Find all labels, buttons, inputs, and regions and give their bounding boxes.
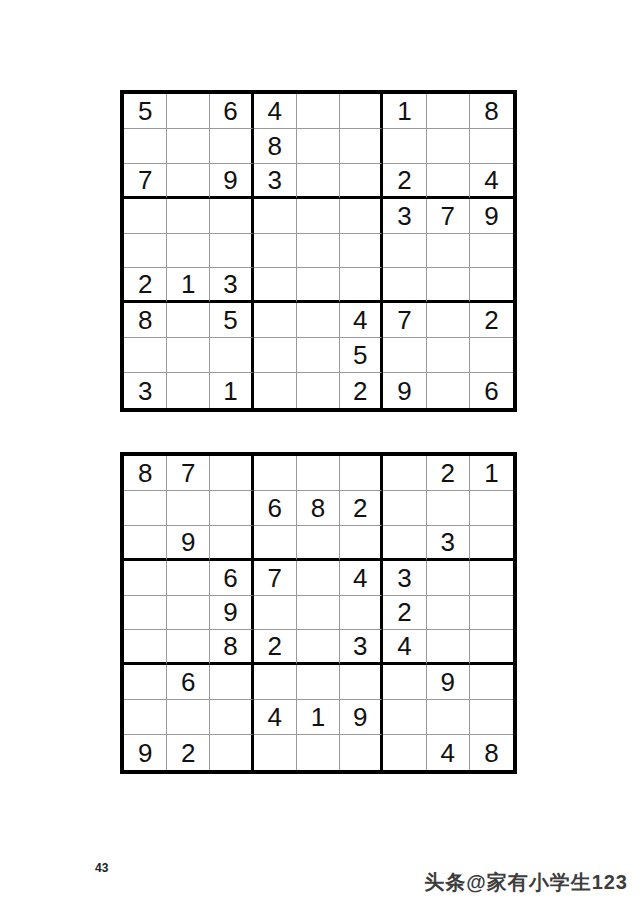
cell-r8c5[interactable]: 1 [297,700,340,735]
cell-r6c7[interactable] [383,268,426,303]
cell-r7c5[interactable] [297,665,340,700]
cell-r7c9[interactable]: 2 [470,303,513,338]
cell-r7c7[interactable] [383,665,426,700]
cell-r2c1[interactable] [124,491,167,526]
cell-r3c6[interactable] [340,526,383,561]
cell-r2c1[interactable] [124,129,167,164]
cell-r2c4[interactable]: 6 [254,491,297,526]
cell-r3c4[interactable] [254,526,297,561]
cell-r6c8[interactable] [427,268,470,303]
page-number: 43 [95,861,108,875]
cell-r7c9[interactable] [470,665,513,700]
cell-r4c7[interactable]: 3 [383,561,426,596]
cell-r4c4[interactable] [254,199,297,234]
cell-r4c7[interactable]: 3 [383,199,426,234]
cell-r7c4[interactable] [254,665,297,700]
cell-r8c1[interactable] [124,700,167,735]
cell-r5c3[interactable]: 9 [210,596,253,631]
worksheet-page: { "game": "sudoku", "page": { "page_numb… [0,0,640,906]
cell-r2c5[interactable] [297,129,340,164]
cell-r5c1[interactable] [124,234,167,269]
cell-r1c6[interactable] [340,456,383,491]
cell-r8c6[interactable]: 5 [340,338,383,373]
cell-r6c6[interactable]: 3 [340,630,383,665]
cell-r8c5[interactable] [297,338,340,373]
cell-r6c6[interactable] [340,268,383,303]
cell-r6c9[interactable] [470,268,513,303]
cell-r8c2[interactable] [167,338,210,373]
cell-r4c4[interactable]: 7 [254,561,297,596]
cell-r1c8[interactable]: 2 [427,456,470,491]
cell-r4c3[interactable] [210,199,253,234]
cell-r3c6[interactable] [340,164,383,199]
cell-r8c9[interactable] [470,700,513,735]
cell-r8c8[interactable] [427,700,470,735]
cell-r1c2[interactable] [167,94,210,129]
cell-r9c5[interactable] [297,735,340,770]
cell-r5c1[interactable] [124,596,167,631]
cell-r9c9[interactable]: 6 [470,373,513,408]
cell-r6c7[interactable]: 4 [383,630,426,665]
cell-r7c8[interactable] [427,303,470,338]
cell-r2c7[interactable] [383,491,426,526]
cell-r3c8[interactable]: 3 [427,526,470,561]
cell-r5c8[interactable] [427,234,470,269]
cell-r6c2[interactable] [167,630,210,665]
cell-r3c4[interactable]: 3 [254,164,297,199]
cell-r3c2[interactable]: 9 [167,526,210,561]
cell-r8c4[interactable]: 4 [254,700,297,735]
cell-r3c8[interactable] [427,164,470,199]
cell-r6c2[interactable]: 1 [167,268,210,303]
cell-r1c4[interactable]: 4 [254,94,297,129]
cell-r6c9[interactable] [470,630,513,665]
cell-r1c9[interactable]: 1 [470,456,513,491]
cell-r8c2[interactable] [167,700,210,735]
cell-r9c1[interactable]: 3 [124,373,167,408]
cell-r4c2[interactable] [167,561,210,596]
cell-r6c1[interactable]: 2 [124,268,167,303]
cell-r9c2[interactable]: 2 [167,735,210,770]
cell-r5c4[interactable] [254,234,297,269]
cell-r6c5[interactable] [297,268,340,303]
cell-r3c7[interactable] [383,526,426,561]
cell-r1c1[interactable]: 5 [124,94,167,129]
cell-r6c5[interactable] [297,630,340,665]
cell-r7c2[interactable] [167,303,210,338]
cell-r9c6[interactable] [340,735,383,770]
cell-r1c6[interactable] [340,94,383,129]
cell-r9c1[interactable]: 9 [124,735,167,770]
cell-r3c1[interactable] [124,526,167,561]
cell-r3c3[interactable]: 9 [210,164,253,199]
cell-r9c4[interactable] [254,373,297,408]
cell-r3c5[interactable] [297,526,340,561]
cell-r9c3[interactable]: 1 [210,373,253,408]
cell-r5c8[interactable] [427,596,470,631]
cell-r9c5[interactable] [297,373,340,408]
cell-r5c9[interactable] [470,596,513,631]
cell-r8c3[interactable] [210,700,253,735]
cell-r5c9[interactable] [470,234,513,269]
cell-r3c2[interactable] [167,164,210,199]
cell-r7c6[interactable] [340,665,383,700]
cell-r2c4[interactable]: 8 [254,129,297,164]
cell-r2c9[interactable] [470,491,513,526]
cell-r4c6[interactable]: 4 [340,561,383,596]
cell-r7c2[interactable]: 6 [167,665,210,700]
cell-r8c8[interactable] [427,338,470,373]
cell-r8c1[interactable] [124,338,167,373]
cell-r2c6[interactable] [340,129,383,164]
cell-r7c3[interactable] [210,665,253,700]
cell-r5c2[interactable] [167,596,210,631]
cell-r3c7[interactable]: 2 [383,164,426,199]
cell-r5c6[interactable] [340,234,383,269]
cell-r6c8[interactable] [427,630,470,665]
cell-r2c8[interactable] [427,129,470,164]
cell-r8c3[interactable] [210,338,253,373]
cell-r3c5[interactable] [297,164,340,199]
cell-r4c9[interactable]: 9 [470,199,513,234]
cell-r9c2[interactable] [167,373,210,408]
cell-r3c9[interactable]: 4 [470,164,513,199]
cell-r6c3[interactable]: 8 [210,630,253,665]
cell-r7c8[interactable]: 9 [427,665,470,700]
cell-r5c7[interactable]: 2 [383,596,426,631]
cell-r2c2[interactable] [167,491,210,526]
cell-r1c7[interactable]: 1 [383,94,426,129]
cell-r6c3[interactable]: 3 [210,268,253,303]
cell-r1c5[interactable] [297,94,340,129]
cell-r7c4[interactable] [254,303,297,338]
cell-r9c7[interactable] [383,735,426,770]
cell-r3c9[interactable] [470,526,513,561]
cell-r1c7[interactable] [383,456,426,491]
cell-r7c3[interactable]: 5 [210,303,253,338]
cell-r5c3[interactable] [210,234,253,269]
cell-r4c6[interactable] [340,199,383,234]
cell-r6c4[interactable] [254,268,297,303]
cell-r2c3[interactable] [210,129,253,164]
cell-r9c3[interactable] [210,735,253,770]
cell-r1c9[interactable]: 8 [470,94,513,129]
cell-r1c3[interactable]: 6 [210,94,253,129]
cell-r7c7[interactable]: 7 [383,303,426,338]
cell-r1c4[interactable] [254,456,297,491]
cell-r4c1[interactable] [124,199,167,234]
cell-r2c5[interactable]: 8 [297,491,340,526]
cell-r9c8[interactable] [427,373,470,408]
cell-r3c1[interactable]: 7 [124,164,167,199]
cell-r2c2[interactable] [167,129,210,164]
cell-r9c8[interactable]: 4 [427,735,470,770]
cell-r6c4[interactable]: 2 [254,630,297,665]
cell-r7c1[interactable]: 8 [124,303,167,338]
cell-r1c2[interactable]: 7 [167,456,210,491]
cell-r1c8[interactable] [427,94,470,129]
cell-r4c5[interactable] [297,199,340,234]
cell-r9c7[interactable]: 9 [383,373,426,408]
cell-r8c9[interactable] [470,338,513,373]
cell-r5c5[interactable] [297,596,340,631]
cell-r5c2[interactable] [167,234,210,269]
cell-r2c6[interactable]: 2 [340,491,383,526]
cell-r5c7[interactable] [383,234,426,269]
cell-r4c8[interactable]: 7 [427,199,470,234]
cell-r1c1[interactable]: 8 [124,456,167,491]
cell-r5c6[interactable] [340,596,383,631]
cell-r2c8[interactable] [427,491,470,526]
cell-r8c7[interactable] [383,700,426,735]
cell-r1c5[interactable] [297,456,340,491]
cell-r3c3[interactable] [210,526,253,561]
cell-r7c6[interactable]: 4 [340,303,383,338]
cell-r2c9[interactable] [470,129,513,164]
cell-r8c4[interactable] [254,338,297,373]
cell-r5c5[interactable] [297,234,340,269]
cell-r4c8[interactable] [427,561,470,596]
cell-r4c5[interactable] [297,561,340,596]
cell-r4c9[interactable] [470,561,513,596]
cell-r7c5[interactable] [297,303,340,338]
cell-r4c2[interactable] [167,199,210,234]
cell-r1c3[interactable] [210,456,253,491]
cell-r9c6[interactable]: 2 [340,373,383,408]
cell-r5c4[interactable] [254,596,297,631]
sudoku-grid-2: 8721682936743928234694199248 [120,452,517,774]
cell-r6c1[interactable] [124,630,167,665]
cell-r2c7[interactable] [383,129,426,164]
cell-r4c1[interactable] [124,561,167,596]
cell-r9c4[interactable] [254,735,297,770]
watermark-toutiao: 头条@家有小学生123 [424,869,628,896]
cell-r7c1[interactable] [124,665,167,700]
cell-r9c9[interactable]: 8 [470,735,513,770]
cell-r4c3[interactable]: 6 [210,561,253,596]
cell-r8c7[interactable] [383,338,426,373]
cell-r8c6[interactable]: 9 [340,700,383,735]
cell-r2c3[interactable] [210,491,253,526]
sudoku-grid-1: 5641887932437921385472531296 [120,90,517,412]
